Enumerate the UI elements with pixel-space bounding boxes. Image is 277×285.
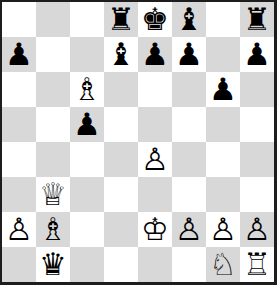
square-c3[interactable]: [70, 177, 104, 212]
piece-white-pawn: ♙: [175, 212, 203, 247]
square-f3[interactable]: [172, 177, 206, 212]
square-c7[interactable]: [70, 37, 104, 72]
square-a2[interactable]: ♙: [2, 212, 36, 247]
square-g3[interactable]: [206, 177, 240, 212]
square-h2[interactable]: ♙: [240, 212, 274, 247]
square-c5[interactable]: ♟: [70, 107, 104, 142]
square-g5[interactable]: [206, 107, 240, 142]
piece-white-queen: ♕: [39, 177, 67, 212]
square-b7[interactable]: [36, 37, 70, 72]
square-a7[interactable]: ♟: [2, 37, 36, 72]
piece-white-bishop: ♗: [73, 72, 101, 107]
piece-white-pawn: ♙: [5, 212, 33, 247]
piece-white-rook: ♖: [243, 247, 271, 282]
square-d1[interactable]: [104, 247, 138, 282]
square-g7[interactable]: [206, 37, 240, 72]
square-e6[interactable]: [138, 72, 172, 107]
square-f6[interactable]: [172, 72, 206, 107]
square-g6[interactable]: ♟: [206, 72, 240, 107]
piece-black-pawn: ♟: [5, 37, 33, 72]
piece-black-rook: ♜: [243, 2, 271, 37]
square-h6[interactable]: [240, 72, 274, 107]
piece-black-pawn: ♟: [209, 72, 237, 107]
square-a8[interactable]: [2, 2, 36, 37]
square-f4[interactable]: [172, 142, 206, 177]
square-b3[interactable]: ♕: [36, 177, 70, 212]
square-e3[interactable]: [138, 177, 172, 212]
square-b5[interactable]: [36, 107, 70, 142]
square-c1[interactable]: [70, 247, 104, 282]
square-a1[interactable]: [2, 247, 36, 282]
piece-white-king: ♔: [141, 212, 169, 247]
square-d3[interactable]: [104, 177, 138, 212]
piece-black-king: ♚: [141, 2, 169, 37]
square-b1[interactable]: ♛: [36, 247, 70, 282]
square-e4[interactable]: ♙: [138, 142, 172, 177]
piece-black-pawn: ♟: [141, 37, 169, 72]
square-h4[interactable]: [240, 142, 274, 177]
piece-black-queen: ♛: [39, 247, 67, 282]
square-f7[interactable]: ♟: [172, 37, 206, 72]
square-c6[interactable]: ♗: [70, 72, 104, 107]
piece-black-bishop: ♝: [107, 37, 135, 72]
square-e1[interactable]: [138, 247, 172, 282]
square-c8[interactable]: [70, 2, 104, 37]
square-a5[interactable]: [2, 107, 36, 142]
piece-white-bishop: ♗: [39, 212, 67, 247]
piece-white-pawn: ♙: [141, 142, 169, 177]
square-a3[interactable]: [2, 177, 36, 212]
piece-black-rook: ♜: [107, 2, 135, 37]
piece-black-pawn: ♟: [175, 37, 203, 72]
square-d2[interactable]: [104, 212, 138, 247]
square-e8[interactable]: ♚: [138, 2, 172, 37]
square-b8[interactable]: [36, 2, 70, 37]
square-f8[interactable]: ♝: [172, 2, 206, 37]
square-g1[interactable]: ♘: [206, 247, 240, 282]
square-d8[interactable]: ♜: [104, 2, 138, 37]
piece-black-pawn: ♟: [243, 37, 271, 72]
square-e2[interactable]: ♔: [138, 212, 172, 247]
square-g4[interactable]: [206, 142, 240, 177]
square-h5[interactable]: [240, 107, 274, 142]
piece-black-pawn: ♟: [73, 107, 101, 142]
piece-black-bishop: ♝: [175, 2, 203, 37]
square-c4[interactable]: [70, 142, 104, 177]
square-f2[interactable]: ♙: [172, 212, 206, 247]
square-b2[interactable]: ♗: [36, 212, 70, 247]
square-e7[interactable]: ♟: [138, 37, 172, 72]
square-h3[interactable]: [240, 177, 274, 212]
chess-board-frame: ♜♚♝♜♟♝♟♟♟♗♟♟♙♕♙♗♔♙♙♙♛♘♖: [0, 0, 277, 285]
square-d4[interactable]: [104, 142, 138, 177]
square-b4[interactable]: [36, 142, 70, 177]
square-d5[interactable]: [104, 107, 138, 142]
square-d6[interactable]: [104, 72, 138, 107]
square-g8[interactable]: [206, 2, 240, 37]
square-f1[interactable]: [172, 247, 206, 282]
square-h7[interactable]: ♟: [240, 37, 274, 72]
square-h8[interactable]: ♜: [240, 2, 274, 37]
square-g2[interactable]: ♙: [206, 212, 240, 247]
square-a4[interactable]: [2, 142, 36, 177]
square-h1[interactable]: ♖: [240, 247, 274, 282]
square-e5[interactable]: [138, 107, 172, 142]
square-f5[interactable]: [172, 107, 206, 142]
piece-white-pawn: ♙: [209, 212, 237, 247]
square-b6[interactable]: [36, 72, 70, 107]
square-d7[interactable]: ♝: [104, 37, 138, 72]
piece-white-knight: ♘: [209, 247, 237, 282]
chess-board: ♜♚♝♜♟♝♟♟♟♗♟♟♙♕♙♗♔♙♙♙♛♘♖: [2, 2, 274, 282]
square-a6[interactable]: [2, 72, 36, 107]
piece-white-pawn: ♙: [243, 212, 271, 247]
square-c2[interactable]: [70, 212, 104, 247]
